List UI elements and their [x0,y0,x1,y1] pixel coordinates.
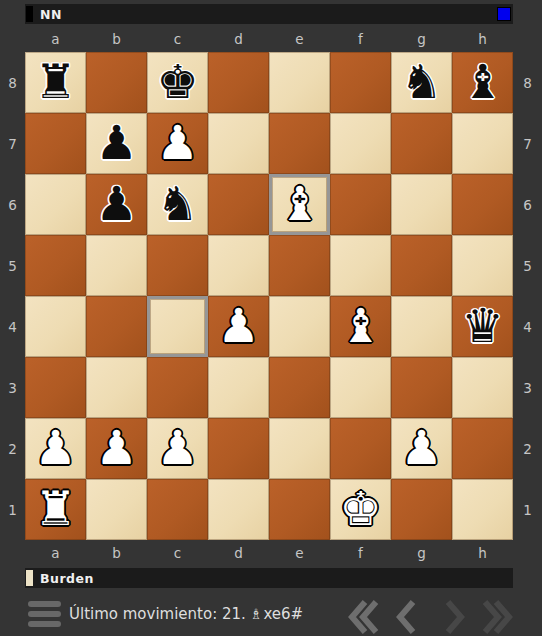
square-c2[interactable]: ♟ [147,418,208,479]
square-e8[interactable] [269,52,330,113]
turn-indicator [497,7,511,21]
square-b7[interactable]: ♟ [86,113,147,174]
square-a4[interactable] [25,296,86,357]
square-c5[interactable] [147,235,208,296]
square-a3[interactable] [25,357,86,418]
previous-move-button[interactable] [390,598,426,636]
last-move-prefix: Último movimiento: 21. [69,605,246,623]
square-f3[interactable] [330,357,391,418]
rank-label-8: 8 [0,52,25,113]
black-king-c8: ♚ [156,58,198,105]
last-move-button[interactable] [480,598,516,636]
square-e2[interactable] [269,418,330,479]
square-c8[interactable]: ♚ [147,52,208,113]
square-a1[interactable]: ♜ [25,479,86,540]
rank-label-3: 3 [0,357,25,418]
square-g8[interactable]: ♞ [391,52,452,113]
black-color-stripe [26,6,33,22]
square-c1[interactable] [147,479,208,540]
white-pawn-a2: ♟ [34,424,76,471]
square-d8[interactable] [208,52,269,113]
menu-button[interactable] [28,601,62,629]
file-label-e: e [269,540,330,566]
file-label-e: e [269,26,330,52]
square-a5[interactable] [25,235,86,296]
square-d1[interactable] [208,479,269,540]
bottom-player-bar: Burden [25,568,513,588]
file-label-c: c [147,26,208,52]
square-d3[interactable] [208,357,269,418]
square-f4[interactable]: ♝ [330,296,391,357]
white-pawn-d4: ♟ [217,302,259,349]
black-pawn-b6: ♟ [95,180,137,227]
rank-label-4: 4 [0,296,25,357]
rank-label-3: 3 [513,357,542,418]
square-g6[interactable] [391,174,452,235]
white-pawn-b2: ♟ [95,424,137,471]
square-c6[interactable]: ♞ [147,174,208,235]
file-label-f: f [330,540,391,566]
square-a2[interactable]: ♟ [25,418,86,479]
square-c3[interactable] [147,357,208,418]
white-king-f1: ♚ [339,485,381,532]
hamburger-icon [28,601,61,607]
square-d2[interactable] [208,418,269,479]
square-e4[interactable] [269,296,330,357]
rank-label-5: 5 [513,235,542,296]
white-bishop-e6: ♝ [278,180,320,227]
square-e7[interactable] [269,113,330,174]
file-label-d: d [208,540,269,566]
last-move-suffix: xe6# [263,605,303,623]
square-d4[interactable]: ♟ [208,296,269,357]
square-g4[interactable] [391,296,452,357]
square-g2[interactable]: ♟ [391,418,452,479]
square-a6[interactable] [25,174,86,235]
square-h6[interactable] [452,174,513,235]
square-f8[interactable] [330,52,391,113]
rank-label-1: 1 [0,479,25,540]
square-b3[interactable] [86,357,147,418]
square-f6[interactable] [330,174,391,235]
black-knight-g8: ♞ [400,58,442,105]
rank-label-6: 6 [513,174,542,235]
chess-app: NN abcdefgh 87654321 87654321 ♜♚♞♝♟♟♟♞♝♟… [0,0,542,636]
square-h3[interactable] [452,357,513,418]
white-bishop-f4: ♝ [339,302,381,349]
square-c4[interactable] [147,296,208,357]
file-label-b: b [86,26,147,52]
rank-label-6: 6 [0,174,25,235]
top-player-bar: NN [25,4,513,24]
file-label-g: g [391,26,452,52]
square-h8[interactable]: ♝ [452,52,513,113]
square-d5[interactable] [208,235,269,296]
rank-label-2: 2 [513,418,542,479]
file-label-h: h [452,540,513,566]
square-f2[interactable] [330,418,391,479]
bishop-figurine-icon: ♗ [250,606,263,622]
file-label-g: g [391,540,452,566]
square-c7[interactable]: ♟ [147,113,208,174]
rank-label-8: 8 [513,52,542,113]
white-pawn-c2: ♟ [156,424,198,471]
white-pawn-g2: ♟ [400,424,442,471]
file-label-a: a [25,26,86,52]
square-d6[interactable] [208,174,269,235]
square-h2[interactable] [452,418,513,479]
square-h1[interactable] [452,479,513,540]
square-b6[interactable]: ♟ [86,174,147,235]
square-f5[interactable] [330,235,391,296]
square-f7[interactable] [330,113,391,174]
square-e5[interactable] [269,235,330,296]
square-b8[interactable] [86,52,147,113]
black-knight-c6: ♞ [156,180,198,227]
file-label-c: c [147,540,208,566]
rank-label-5: 5 [0,235,25,296]
chess-board: ♜♚♞♝♟♟♟♞♝♟♝♛♟♟♟♟♜♚ [25,52,513,540]
square-h5[interactable] [452,235,513,296]
square-b5[interactable] [86,235,147,296]
rank-label-1: 1 [513,479,542,540]
file-label-a: a [25,540,86,566]
file-label-f: f [330,26,391,52]
square-b4[interactable] [86,296,147,357]
next-move-button[interactable] [435,598,471,636]
top-player-name: NN [40,7,62,22]
white-pawn-c7: ♟ [156,119,198,166]
square-g7[interactable] [391,113,452,174]
square-a8[interactable]: ♜ [25,52,86,113]
file-labels-bottom: abcdefgh [25,540,513,566]
square-h7[interactable] [452,113,513,174]
square-b2[interactable]: ♟ [86,418,147,479]
square-b1[interactable] [86,479,147,540]
square-a7[interactable] [25,113,86,174]
square-d7[interactable] [208,113,269,174]
square-h4[interactable]: ♛ [452,296,513,357]
square-e1[interactable] [269,479,330,540]
rank-labels-right: 87654321 [513,52,542,540]
file-labels-top: abcdefgh [25,26,513,52]
move-navigation [340,597,516,636]
square-g5[interactable] [391,235,452,296]
last-move-text: Último movimiento: 21.♗xe6# [69,600,303,628]
white-rook-a1: ♜ [34,485,76,532]
square-g1[interactable] [391,479,452,540]
square-e6[interactable]: ♝ [269,174,330,235]
first-move-button[interactable] [345,598,381,636]
rank-label-4: 4 [513,296,542,357]
file-label-d: d [208,26,269,52]
black-pawn-b7: ♟ [95,119,137,166]
black-queen-h4: ♛ [461,302,503,349]
rank-labels-left: 87654321 [0,52,25,540]
file-label-b: b [86,540,147,566]
white-color-stripe [26,570,33,586]
file-label-h: h [452,26,513,52]
bottom-player-name: Burden [40,571,94,586]
black-rook-a8: ♜ [34,58,76,105]
square-e3[interactable] [269,357,330,418]
black-bishop-h8: ♝ [461,58,503,105]
rank-label-2: 2 [0,418,25,479]
square-g3[interactable] [391,357,452,418]
rank-label-7: 7 [513,113,542,174]
square-f1[interactable]: ♚ [330,479,391,540]
rank-label-7: 7 [0,113,25,174]
